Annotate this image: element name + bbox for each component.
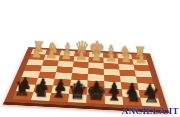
square-d1: ♛	[68, 94, 87, 103]
chess-board: ♜♞♝♛♚♝♞♜♟♟♟♟♟♟♟♟♟♟♟♟♟♟♟♟♜♞♝♛♚♝♞♜	[4, 47, 168, 110]
square-e5	[88, 68, 104, 75]
square-c1: ♝	[49, 93, 69, 102]
piece-white-rook: ♜	[131, 45, 150, 60]
square-e3	[87, 80, 104, 88]
board-scene: ♜♞♝♛♚♝♞♜♟♟♟♟♟♟♟♟♟♟♟♟♟♟♟♟♜♞♝♛♚♝♞♜	[0, 0, 180, 117]
chess-set-photo: ♜♞♝♛♚♝♞♜♟♟♟♟♟♟♟♟♟♟♟♟♟♟♟♟♜♞♝♛♚♝♞♜ ANCILLA…	[0, 0, 180, 117]
square-f5	[104, 69, 120, 76]
square-b1: ♞	[31, 92, 51, 101]
square-f1: ♝	[105, 96, 124, 105]
square-e2: ♟	[87, 87, 105, 95]
watermark-text: ANCILLA.IT	[122, 106, 179, 116]
square-g1: ♞	[123, 97, 143, 106]
square-e1: ♚	[86, 95, 105, 104]
